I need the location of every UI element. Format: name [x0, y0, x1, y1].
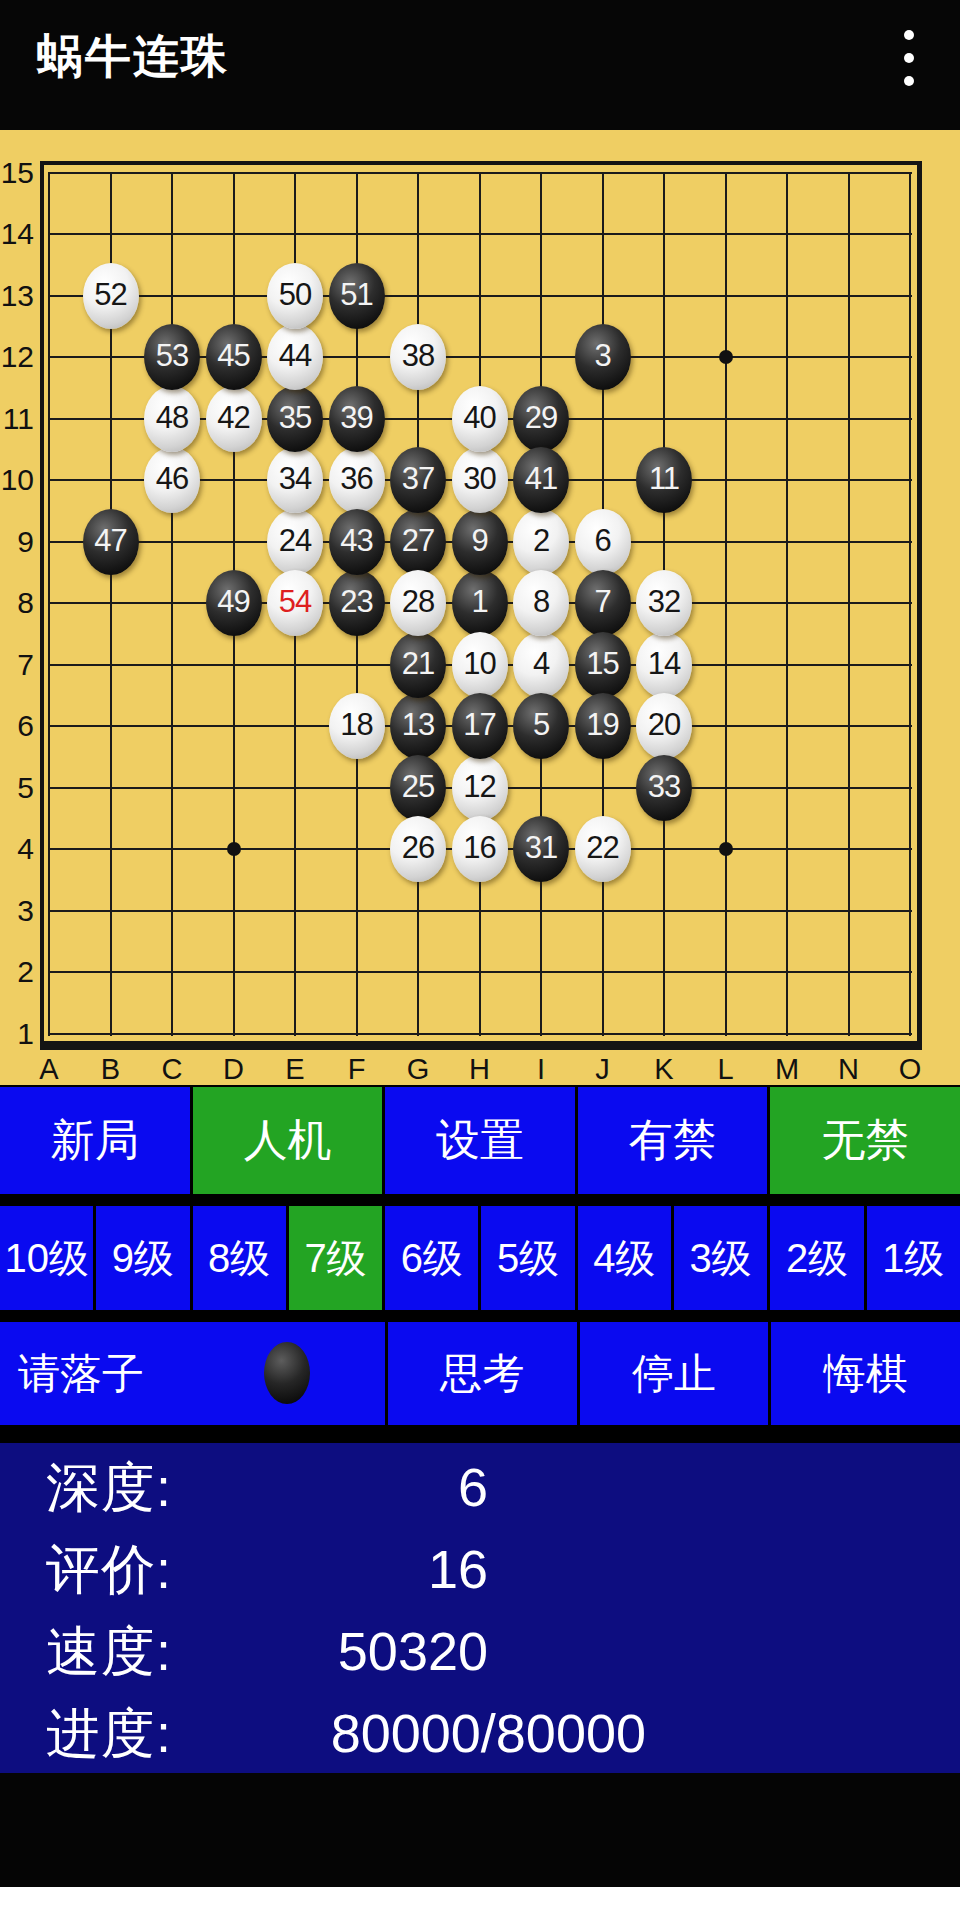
level-button-2级[interactable]: 2级 — [770, 1206, 863, 1310]
stone-black-19: 19 — [575, 693, 631, 759]
stone-black-11: 11 — [636, 447, 692, 513]
stone-white-42: 42 — [206, 386, 262, 452]
stone-white-14: 14 — [636, 632, 692, 698]
stone-black-35: 35 — [267, 386, 323, 452]
action-button-1[interactable]: 思考 — [388, 1322, 577, 1425]
stone-black-23: 23 — [329, 570, 385, 636]
stone-white-48: 48 — [144, 386, 200, 452]
stone-black-21: 21 — [390, 632, 446, 698]
level-button-6级[interactable]: 6级 — [385, 1206, 478, 1310]
level-button-4级[interactable]: 4级 — [578, 1206, 671, 1310]
button-zone: 新局人机设置有禁无禁 10级9级8级7级6级5级4级3级2级1级 请落子 思考停… — [0, 1085, 960, 1443]
stone-white-50: 50 — [267, 263, 323, 329]
status-label: 深度: — [46, 1447, 172, 1527]
stone-white-36: 36 — [329, 447, 385, 513]
level-button-1级[interactable]: 1级 — [867, 1206, 960, 1310]
stone-white-24: 24 — [267, 509, 323, 575]
row-label: 14 — [0, 213, 34, 255]
stone-white-12: 12 — [452, 755, 508, 821]
gomoku-board[interactable]: 151413121110987654321ABCDEFGHIJKLMNO1234… — [0, 0, 960, 1085]
column-label: H — [460, 1050, 500, 1088]
row-label: 13 — [0, 275, 34, 317]
stone-white-54: 54 — [267, 570, 323, 636]
level-button-3级[interactable]: 3级 — [674, 1206, 767, 1310]
turn-stone-icon — [264, 1342, 310, 1404]
stone-black-33: 33 — [636, 755, 692, 821]
status-label: 评价: — [46, 1529, 172, 1609]
grid-line — [725, 172, 727, 1036]
stone-black-27: 27 — [390, 509, 446, 575]
row-label: 10 — [0, 459, 34, 501]
status-row: 速度:50320 — [0, 1611, 960, 1691]
row-label: 7 — [0, 644, 34, 686]
row-label: 1 — [0, 1013, 34, 1055]
main-button-3[interactable]: 设置 — [385, 1087, 575, 1194]
star-point — [719, 842, 733, 856]
stone-black-1: 1 — [452, 570, 508, 636]
status-value: 50320 — [180, 1611, 488, 1691]
stone-white-28: 28 — [390, 570, 446, 636]
star-point — [227, 842, 241, 856]
stone-white-4: 4 — [513, 632, 569, 698]
stone-white-26: 26 — [390, 816, 446, 882]
stone-white-18: 18 — [329, 693, 385, 759]
stone-black-43: 43 — [329, 509, 385, 575]
status-row: 进度:80000/80000 — [0, 1693, 960, 1773]
column-label: L — [706, 1050, 746, 1088]
stone-black-17: 17 — [452, 693, 508, 759]
column-label: G — [398, 1050, 438, 1088]
stone-black-53: 53 — [144, 324, 200, 390]
action-button-row: 请落子 思考停止悔棋 — [0, 1322, 960, 1425]
main-button-row: 新局人机设置有禁无禁 — [0, 1087, 960, 1194]
column-label: I — [521, 1050, 561, 1088]
level-button-5级[interactable]: 5级 — [481, 1206, 574, 1310]
stone-black-39: 39 — [329, 386, 385, 452]
stone-black-15: 15 — [575, 632, 631, 698]
stone-white-8: 8 — [513, 570, 569, 636]
main-button-2[interactable]: 人机 — [193, 1087, 383, 1194]
stone-white-38: 38 — [390, 324, 446, 390]
stone-black-45: 45 — [206, 324, 262, 390]
row-label: 4 — [0, 828, 34, 870]
row-label: 15 — [0, 152, 34, 194]
column-label: C — [152, 1050, 192, 1088]
grid-line — [48, 1033, 912, 1035]
row-label: 12 — [0, 336, 34, 378]
stone-white-52: 52 — [83, 263, 139, 329]
stone-black-25: 25 — [390, 755, 446, 821]
main-button-5[interactable]: 无禁 — [770, 1087, 960, 1194]
row-label: 11 — [0, 398, 34, 440]
column-label: K — [644, 1050, 684, 1088]
app-screen: 蜗牛连珠 151413121110987654321ABCDEFGHIJKLMN… — [0, 0, 960, 1920]
engine-status-panel: 深度:6评价:16速度:50320进度:80000/80000 — [0, 1443, 960, 1773]
stone-black-41: 41 — [513, 447, 569, 513]
level-button-7级[interactable]: 7级 — [289, 1206, 382, 1310]
grid-line — [848, 172, 850, 1036]
stone-white-32: 32 — [636, 570, 692, 636]
stone-black-13: 13 — [390, 693, 446, 759]
level-button-9级[interactable]: 9级 — [96, 1206, 189, 1310]
action-button-3[interactable]: 悔棋 — [771, 1322, 960, 1425]
row-label: 9 — [0, 521, 34, 563]
status-label: 进度: — [46, 1693, 172, 1773]
stone-black-37: 37 — [390, 447, 446, 513]
column-label: B — [91, 1050, 131, 1088]
stone-white-2: 2 — [513, 509, 569, 575]
stone-black-3: 3 — [575, 324, 631, 390]
grid-line — [48, 971, 912, 973]
grid-line — [786, 172, 788, 1036]
status-value: 80000/80000 — [180, 1693, 646, 1773]
column-label: J — [583, 1050, 623, 1088]
stone-white-30: 30 — [452, 447, 508, 513]
row-label: 5 — [0, 767, 34, 809]
stone-white-6: 6 — [575, 509, 631, 575]
move-prompt-label: 请落子 — [18, 1322, 144, 1425]
stone-black-31: 31 — [513, 816, 569, 882]
level-button-10级[interactable]: 10级 — [0, 1206, 93, 1310]
column-label: F — [337, 1050, 377, 1088]
row-label: 6 — [0, 705, 34, 747]
grid-line — [909, 172, 911, 1036]
level-button-row: 10级9级8级7级6级5级4级3级2级1级 — [0, 1206, 960, 1310]
column-label: A — [29, 1050, 69, 1088]
stone-white-34: 34 — [267, 447, 323, 513]
stone-white-46: 46 — [144, 447, 200, 513]
move-prompt-panel: 请落子 — [0, 1322, 385, 1425]
stone-white-22: 22 — [575, 816, 631, 882]
stone-black-51: 51 — [329, 263, 385, 329]
status-value: 16 — [180, 1529, 488, 1609]
stone-black-5: 5 — [513, 693, 569, 759]
stone-white-16: 16 — [452, 816, 508, 882]
column-label: D — [214, 1050, 254, 1088]
column-label: O — [890, 1050, 930, 1088]
main-button-1[interactable]: 新局 — [0, 1087, 190, 1194]
grid-line — [48, 910, 912, 912]
column-label: N — [829, 1050, 869, 1088]
action-button-2[interactable]: 停止 — [580, 1322, 769, 1425]
main-button-4[interactable]: 有禁 — [578, 1087, 768, 1194]
column-label: M — [767, 1050, 807, 1088]
row-label: 8 — [0, 582, 34, 624]
status-value: 6 — [180, 1447, 488, 1527]
row-label: 2 — [0, 951, 34, 993]
level-button-8级[interactable]: 8级 — [193, 1206, 286, 1310]
stone-white-10: 10 — [452, 632, 508, 698]
status-row: 评价:16 — [0, 1529, 960, 1609]
star-point — [719, 350, 733, 364]
stone-white-44: 44 — [267, 324, 323, 390]
stone-white-20: 20 — [636, 693, 692, 759]
stone-black-49: 49 — [206, 570, 262, 636]
stone-black-29: 29 — [513, 386, 569, 452]
row-label: 3 — [0, 890, 34, 932]
stone-black-9: 9 — [452, 509, 508, 575]
status-row: 深度:6 — [0, 1447, 960, 1527]
column-label: E — [275, 1050, 315, 1088]
status-label: 速度: — [46, 1611, 172, 1691]
bottom-black-bar — [0, 1773, 960, 1887]
stone-white-40: 40 — [452, 386, 508, 452]
stone-black-7: 7 — [575, 570, 631, 636]
stone-black-47: 47 — [83, 509, 139, 575]
